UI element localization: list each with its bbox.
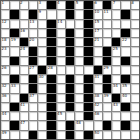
black-cell-r4c8 bbox=[66, 29, 74, 37]
clue-number: 3 bbox=[39, 1, 42, 5]
clue-number: 5 bbox=[76, 1, 79, 5]
white-cell-r12c7[interactable] bbox=[57, 103, 65, 111]
black-cell-r11c10 bbox=[84, 94, 92, 102]
white-cell-r6c3[interactable]: 24 bbox=[20, 47, 28, 55]
white-cell-r7c9[interactable] bbox=[75, 57, 83, 65]
white-cell-r1c4[interactable] bbox=[29, 1, 37, 9]
clue-number: 42 bbox=[94, 103, 99, 107]
black-cell-r9c10 bbox=[84, 75, 92, 83]
black-cell-r4c10 bbox=[84, 29, 92, 37]
clue-number: 41 bbox=[20, 103, 25, 107]
white-cell-r5c11[interactable]: 21 bbox=[94, 38, 102, 46]
black-cell-r12c6 bbox=[47, 103, 55, 111]
black-cell-r10c10 bbox=[84, 84, 92, 92]
white-cell-r13c13[interactable] bbox=[112, 112, 120, 120]
white-cell-r11c14[interactable]: 40 bbox=[121, 94, 129, 102]
white-cell-r2c3[interactable] bbox=[20, 10, 28, 18]
white-cell-r3c9[interactable] bbox=[75, 20, 83, 28]
black-cell-r12c8 bbox=[66, 103, 74, 111]
white-cell-r11c15[interactable] bbox=[131, 94, 139, 102]
clue-number: 12 bbox=[2, 20, 7, 24]
white-cell-r5c7[interactable] bbox=[57, 38, 65, 46]
clue-number: 9 bbox=[39, 10, 42, 14]
clue-number: 50 bbox=[94, 131, 99, 135]
white-cell-r5c4[interactable]: 20 bbox=[29, 38, 37, 46]
white-cell-r12c12[interactable] bbox=[103, 103, 111, 111]
black-cell-r5c8 bbox=[66, 38, 74, 46]
white-cell-r10c5[interactable] bbox=[38, 84, 46, 92]
clue-number: 25 bbox=[113, 47, 118, 51]
black-cell-r9c4 bbox=[29, 75, 37, 83]
white-cell-r6c14[interactable] bbox=[121, 47, 129, 55]
white-cell-r15c11[interactable]: 50 bbox=[94, 131, 102, 139]
white-cell-r5c1[interactable]: 18 bbox=[1, 38, 9, 46]
white-cell-r11c7[interactable] bbox=[57, 94, 65, 102]
white-cell-r12c11[interactable]: 42 bbox=[94, 103, 102, 111]
black-cell-r14c14 bbox=[121, 121, 129, 129]
clue-number: 2 bbox=[20, 1, 23, 5]
black-cell-r7c12 bbox=[103, 57, 111, 65]
black-cell-r6c10 bbox=[84, 47, 92, 55]
clue-number: 18 bbox=[2, 38, 7, 42]
white-cell-r4c15[interactable] bbox=[131, 29, 139, 37]
white-cell-r4c7[interactable] bbox=[57, 29, 65, 37]
white-cell-r6c11[interactable] bbox=[94, 47, 102, 55]
white-cell-r4c13[interactable] bbox=[112, 29, 120, 37]
black-cell-r8c11 bbox=[94, 66, 102, 74]
white-cell-r15c15[interactable] bbox=[131, 131, 139, 139]
white-cell-r3c12[interactable] bbox=[103, 20, 111, 28]
white-cell-r7c3[interactable] bbox=[20, 57, 28, 65]
black-cell-r6c6 bbox=[47, 47, 55, 55]
white-cell-r12c3[interactable]: 41 bbox=[20, 103, 28, 111]
black-cell-r7c14 bbox=[121, 57, 129, 65]
black-cell-r5c6 bbox=[47, 38, 55, 46]
white-cell-r13c9[interactable] bbox=[75, 112, 83, 120]
clue-number: 20 bbox=[29, 38, 34, 42]
black-cell-r2c10 bbox=[84, 10, 92, 18]
clue-number: 11 bbox=[103, 10, 108, 14]
white-cell-r4c11[interactable]: 17 bbox=[94, 29, 102, 37]
black-cell-r9c2 bbox=[10, 75, 18, 83]
black-cell-r11c13 bbox=[112, 94, 120, 102]
black-cell-r5c13 bbox=[112, 38, 120, 46]
black-cell-r2c4 bbox=[29, 10, 37, 18]
black-cell-r5c10 bbox=[84, 38, 92, 46]
white-cell-r3c1[interactable]: 12 bbox=[1, 20, 9, 28]
clue-number: 38 bbox=[94, 94, 99, 98]
white-cell-r15c9[interactable] bbox=[75, 131, 83, 139]
white-cell-r13c7[interactable]: 45 bbox=[57, 112, 65, 120]
white-cell-r3c11[interactable]: 15 bbox=[94, 20, 102, 28]
white-cell-r8c8[interactable] bbox=[66, 66, 74, 74]
clue-number: 23 bbox=[2, 47, 7, 51]
white-cell-r14c4[interactable] bbox=[29, 121, 37, 129]
black-cell-r14c8 bbox=[66, 121, 74, 129]
white-cell-r13c2[interactable] bbox=[10, 112, 18, 120]
clue-number: 33 bbox=[11, 84, 16, 88]
black-cell-r5c3 bbox=[20, 38, 28, 46]
black-cell-r12c14 bbox=[121, 103, 129, 111]
white-cell-r9c7[interactable] bbox=[57, 75, 65, 83]
black-cell-r9c8 bbox=[66, 75, 74, 83]
white-cell-r9c3[interactable] bbox=[20, 75, 28, 83]
clue-number: 49 bbox=[2, 131, 7, 135]
white-cell-r10c14[interactable]: 35 bbox=[121, 84, 129, 92]
black-cell-r7c4 bbox=[29, 57, 37, 65]
white-cell-r10c7[interactable] bbox=[57, 84, 65, 92]
clue-number: 6 bbox=[94, 1, 97, 5]
black-cell-r10c12 bbox=[103, 84, 111, 92]
black-cell-r11c6 bbox=[47, 94, 55, 102]
white-cell-r5c14[interactable]: 22 bbox=[121, 38, 129, 46]
white-cell-r6c2[interactable] bbox=[10, 47, 18, 55]
black-cell-r1c8 bbox=[66, 1, 74, 9]
black-cell-r6c4 bbox=[29, 47, 37, 55]
white-cell-r2c11[interactable]: 10 bbox=[94, 10, 102, 18]
black-cell-r3c6 bbox=[47, 20, 55, 28]
black-cell-r6c12 bbox=[103, 47, 111, 55]
white-cell-r10c15[interactable] bbox=[131, 84, 139, 92]
clue-number: 44 bbox=[2, 112, 7, 116]
black-cell-r14c2 bbox=[10, 121, 18, 129]
white-cell-r2c7[interactable] bbox=[57, 10, 65, 18]
white-cell-r6c9[interactable] bbox=[75, 47, 83, 55]
white-cell-r7c7[interactable] bbox=[57, 57, 65, 65]
white-cell-r2c5[interactable]: 9 bbox=[38, 10, 46, 18]
white-cell-r3c2[interactable] bbox=[10, 20, 18, 28]
black-cell-r14c12 bbox=[103, 121, 111, 129]
white-cell-r11c11[interactable]: 38 bbox=[94, 94, 102, 102]
white-cell-r6c7[interactable] bbox=[57, 47, 65, 55]
white-cell-r1c14[interactable] bbox=[121, 1, 129, 9]
black-cell-r15c4 bbox=[29, 131, 37, 139]
white-cell-r8c10[interactable] bbox=[84, 66, 92, 74]
clue-number: 8 bbox=[131, 1, 134, 5]
white-cell-r14c5[interactable] bbox=[38, 121, 46, 129]
white-cell-r4c4[interactable] bbox=[29, 29, 37, 37]
white-cell-r14c15[interactable] bbox=[131, 121, 139, 129]
white-cell-r1c11[interactable]: 6 bbox=[94, 1, 102, 9]
white-cell-r5c2[interactable]: 19 bbox=[10, 38, 18, 46]
white-cell-r13c1[interactable]: 44 bbox=[1, 112, 9, 120]
white-cell-r6c1[interactable]: 23 bbox=[1, 47, 9, 55]
white-cell-r8c4[interactable]: 27 bbox=[29, 66, 37, 74]
white-cell-r1c15[interactable]: 8 bbox=[131, 1, 139, 9]
clue-number: 1 bbox=[2, 1, 5, 5]
white-cell-r11c5[interactable] bbox=[38, 94, 46, 102]
black-cell-r4c14 bbox=[121, 29, 129, 37]
clue-number: 21 bbox=[94, 38, 99, 42]
black-cell-r1c12 bbox=[103, 1, 111, 9]
white-cell-r3c5[interactable] bbox=[38, 20, 46, 28]
black-cell-r9c6 bbox=[47, 75, 55, 83]
clue-number: 19 bbox=[11, 38, 16, 42]
black-cell-r8c5 bbox=[38, 66, 46, 74]
white-cell-r10c3[interactable] bbox=[20, 84, 28, 92]
white-cell-r13c5[interactable] bbox=[38, 112, 46, 120]
white-cell-r9c15[interactable] bbox=[131, 75, 139, 83]
black-cell-r11c3 bbox=[20, 94, 28, 102]
white-cell-r9c5[interactable]: 30 bbox=[38, 75, 46, 83]
white-cell-r2c9[interactable] bbox=[75, 10, 83, 18]
clue-number: 24 bbox=[20, 47, 25, 51]
black-cell-r15c10 bbox=[84, 131, 92, 139]
white-cell-r4c3[interactable]: 16 bbox=[20, 29, 28, 37]
clue-number: 28 bbox=[48, 66, 53, 70]
clue-number: 30 bbox=[39, 75, 44, 79]
white-cell-r1c9[interactable]: 5 bbox=[75, 1, 83, 9]
white-cell-r8c1[interactable]: 26 bbox=[1, 66, 9, 74]
clue-number: 32 bbox=[2, 84, 7, 88]
white-cell-r7c15[interactable] bbox=[131, 57, 139, 65]
white-cell-r15c12[interactable] bbox=[103, 131, 111, 139]
white-cell-r1c2[interactable] bbox=[10, 1, 18, 9]
clue-number: 22 bbox=[122, 38, 127, 42]
white-cell-r10c9[interactable] bbox=[75, 84, 83, 92]
clue-number: 4 bbox=[57, 1, 60, 5]
black-cell-r14c6 bbox=[47, 121, 55, 129]
clue-number: 17 bbox=[94, 29, 99, 33]
black-cell-r13c6 bbox=[47, 112, 55, 120]
white-cell-r9c13[interactable] bbox=[112, 75, 120, 83]
white-cell-r14c11[interactable] bbox=[94, 121, 102, 129]
white-cell-r6c5[interactable] bbox=[38, 47, 46, 55]
white-cell-r13c15[interactable] bbox=[131, 112, 139, 120]
black-cell-r2c2 bbox=[10, 10, 18, 18]
white-cell-r10c2[interactable]: 33 bbox=[10, 84, 18, 92]
white-cell-r2c1[interactable] bbox=[1, 10, 9, 18]
white-cell-r14c10[interactable] bbox=[84, 121, 92, 129]
white-cell-r12c5[interactable] bbox=[38, 103, 46, 111]
white-cell-r1c13[interactable]: 7 bbox=[112, 1, 120, 9]
white-cell-r8c12[interactable]: 29 bbox=[103, 66, 111, 74]
black-cell-r3c10 bbox=[84, 20, 92, 28]
white-cell-r8c6[interactable]: 28 bbox=[47, 66, 55, 74]
black-cell-r2c8 bbox=[66, 10, 74, 18]
black-cell-r7c10 bbox=[84, 57, 92, 65]
white-cell-r4c9[interactable] bbox=[75, 29, 83, 37]
white-cell-r8c14[interactable] bbox=[121, 66, 129, 74]
white-cell-r15c7[interactable] bbox=[57, 131, 65, 139]
black-cell-r11c8 bbox=[66, 94, 74, 102]
black-cell-r7c8 bbox=[66, 57, 74, 65]
white-cell-r3c4[interactable]: 13 bbox=[29, 20, 37, 28]
white-cell-r4c12[interactable] bbox=[103, 29, 111, 37]
clue-number: 35 bbox=[122, 84, 127, 88]
white-cell-r2c13[interactable] bbox=[112, 10, 120, 18]
black-cell-r1c6 bbox=[47, 1, 55, 9]
black-cell-r15c6 bbox=[47, 131, 55, 139]
clue-number: 10 bbox=[94, 10, 99, 14]
white-cell-r5c9[interactable] bbox=[75, 38, 83, 46]
white-cell-r13c12[interactable] bbox=[103, 112, 111, 120]
white-cell-r11c2[interactable] bbox=[10, 94, 18, 102]
black-cell-r12c2 bbox=[10, 103, 18, 111]
clue-number: 29 bbox=[103, 66, 108, 70]
white-cell-r8c2[interactable] bbox=[10, 66, 18, 74]
clue-number: 43 bbox=[113, 103, 118, 107]
black-cell-r9c14 bbox=[121, 75, 129, 83]
clue-number: 48 bbox=[76, 121, 81, 125]
white-cell-r3c7[interactable]: 14 bbox=[57, 20, 65, 28]
white-cell-r15c14[interactable] bbox=[121, 131, 129, 139]
white-cell-r13c4[interactable] bbox=[29, 112, 37, 120]
black-cell-r6c8 bbox=[66, 47, 74, 55]
black-cell-r12c10 bbox=[84, 103, 92, 111]
white-cell-r4c1[interactable] bbox=[1, 29, 9, 37]
white-cell-r3c3[interactable] bbox=[20, 20, 28, 28]
clue-number: 13 bbox=[29, 20, 34, 24]
white-cell-r6c15[interactable] bbox=[131, 47, 139, 55]
white-cell-r5c12[interactable] bbox=[103, 38, 111, 46]
white-cell-r10c11[interactable] bbox=[94, 84, 102, 92]
white-cell-r9c9[interactable] bbox=[75, 75, 83, 83]
white-cell-r15c13[interactable] bbox=[112, 131, 120, 139]
black-cell-r2c14 bbox=[121, 10, 129, 18]
white-cell-r7c5[interactable] bbox=[38, 57, 46, 65]
white-cell-r12c13[interactable]: 43 bbox=[112, 103, 120, 111]
clue-number: 16 bbox=[20, 29, 25, 33]
white-cell-r4c5[interactable] bbox=[38, 29, 46, 37]
white-cell-r11c9[interactable] bbox=[75, 94, 83, 102]
white-cell-r8c9[interactable] bbox=[75, 66, 83, 74]
black-cell-r10c8 bbox=[66, 84, 74, 92]
black-cell-r9c12 bbox=[103, 75, 111, 83]
white-cell-r14c3[interactable]: 47 bbox=[20, 121, 28, 129]
clue-number: 15 bbox=[94, 20, 99, 24]
white-cell-r7c13[interactable] bbox=[112, 57, 120, 65]
black-cell-r15c8 bbox=[66, 131, 74, 139]
white-cell-r9c11[interactable]: 31 bbox=[94, 75, 102, 83]
clue-number: 40 bbox=[122, 94, 127, 98]
white-cell-r14c13[interactable] bbox=[112, 121, 120, 129]
white-cell-r2c6[interactable] bbox=[47, 10, 55, 18]
white-cell-r13c8[interactable] bbox=[66, 112, 74, 120]
crossword-grid: 1234567891011121314151617181920212223242… bbox=[0, 0, 140, 140]
white-cell-r11c1[interactable]: 36 bbox=[1, 94, 9, 102]
white-cell-r9c1[interactable] bbox=[1, 75, 9, 83]
white-cell-r11c4[interactable]: 37 bbox=[29, 94, 37, 102]
clue-number: 27 bbox=[29, 66, 34, 70]
white-cell-r14c7[interactable] bbox=[57, 121, 65, 129]
black-cell-r10c4 bbox=[29, 84, 37, 92]
white-cell-r15c3[interactable] bbox=[20, 131, 28, 139]
white-cell-r1c7[interactable]: 4 bbox=[57, 1, 65, 9]
black-cell-r10c6 bbox=[47, 84, 55, 92]
white-cell-r15c1[interactable]: 49 bbox=[1, 131, 9, 139]
black-cell-r7c6 bbox=[47, 57, 55, 65]
white-cell-r10c13[interactable]: 34 bbox=[112, 84, 120, 92]
white-cell-r12c9[interactable] bbox=[75, 103, 83, 111]
white-cell-r7c11[interactable] bbox=[94, 57, 102, 65]
white-cell-r2c12[interactable]: 11 bbox=[103, 10, 111, 18]
clue-number: 47 bbox=[20, 121, 25, 125]
white-cell-r13c14[interactable] bbox=[121, 112, 129, 120]
white-cell-r13c11[interactable]: 46 bbox=[94, 112, 102, 120]
white-cell-r12c4[interactable] bbox=[29, 103, 37, 111]
white-cell-r7c1[interactable] bbox=[1, 57, 9, 65]
white-cell-r8c3[interactable] bbox=[20, 66, 28, 74]
white-cell-r10c1[interactable]: 32 bbox=[1, 84, 9, 92]
black-cell-r1c10 bbox=[84, 1, 92, 9]
white-cell-r12c15[interactable] bbox=[131, 103, 139, 111]
white-cell-r6c13[interactable]: 25 bbox=[112, 47, 120, 55]
white-cell-r14c9[interactable]: 48 bbox=[75, 121, 83, 129]
clue-number: 36 bbox=[2, 94, 7, 98]
white-cell-r14c1[interactable] bbox=[1, 121, 9, 129]
white-cell-r5c5[interactable] bbox=[38, 38, 46, 46]
white-cell-r1c5[interactable]: 3 bbox=[38, 1, 46, 9]
white-cell-r12c1[interactable] bbox=[1, 103, 9, 111]
white-cell-r1c3[interactable]: 2 bbox=[20, 1, 28, 9]
black-cell-r7c2 bbox=[10, 57, 18, 65]
white-cell-r3c14[interactable] bbox=[121, 20, 129, 28]
clue-number: 39 bbox=[103, 94, 108, 98]
clue-number: 14 bbox=[57, 20, 62, 24]
white-cell-r3c15[interactable] bbox=[131, 20, 139, 28]
white-cell-r11c12[interactable]: 39 bbox=[103, 94, 111, 102]
black-cell-r4c2 bbox=[10, 29, 18, 37]
white-cell-r15c5[interactable] bbox=[38, 131, 46, 139]
white-cell-r3c13[interactable] bbox=[112, 20, 120, 28]
white-cell-r3c8[interactable] bbox=[66, 20, 74, 28]
clue-number: 31 bbox=[94, 75, 99, 79]
white-cell-r8c7[interactable] bbox=[57, 66, 65, 74]
clue-number: 46 bbox=[94, 112, 99, 116]
white-cell-r1c1[interactable]: 1 bbox=[1, 1, 9, 9]
white-cell-r5c15[interactable] bbox=[131, 38, 139, 46]
clue-number: 26 bbox=[2, 66, 7, 70]
white-cell-r15c2[interactable] bbox=[10, 131, 18, 139]
clue-number: 45 bbox=[57, 112, 62, 116]
clue-number: 37 bbox=[29, 94, 34, 98]
black-cell-r13c10 bbox=[84, 112, 92, 120]
clue-number: 7 bbox=[113, 1, 116, 5]
white-cell-r2c15[interactable] bbox=[131, 10, 139, 18]
white-cell-r8c15[interactable] bbox=[131, 66, 139, 74]
white-cell-r8c13[interactable] bbox=[112, 66, 120, 74]
white-cell-r13c3[interactable] bbox=[20, 112, 28, 120]
clue-number: 34 bbox=[113, 84, 118, 88]
black-cell-r4c6 bbox=[47, 29, 55, 37]
